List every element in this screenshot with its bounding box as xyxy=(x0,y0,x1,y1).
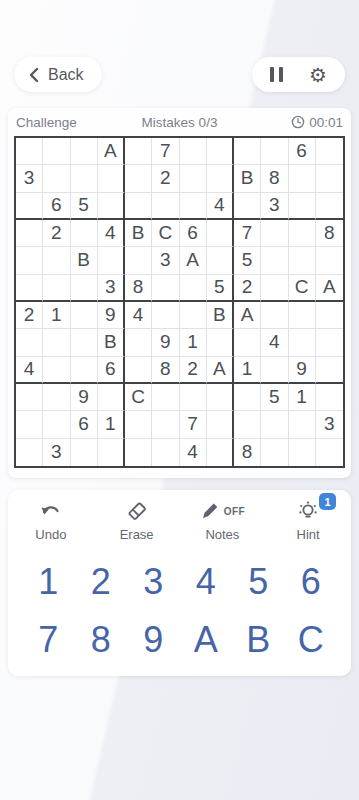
cell-r8c9[interactable] xyxy=(234,329,261,356)
cell-r1c3[interactable] xyxy=(71,138,98,165)
cell-r2c1[interactable]: 3 xyxy=(16,165,43,192)
cell-r10c11[interactable]: 1 xyxy=(289,384,316,411)
cell-r9c8[interactable]: A xyxy=(207,357,234,384)
cell-r9c1[interactable]: 4 xyxy=(16,357,43,384)
cell-r12c4[interactable] xyxy=(98,439,125,466)
cell-r7c1[interactable]: 2 xyxy=(16,302,43,329)
notes-button[interactable]: OFF Notes xyxy=(180,499,266,542)
cell-r12c9[interactable]: 8 xyxy=(234,439,261,466)
cell-r7c7[interactable] xyxy=(180,302,207,329)
cell-r6c3[interactable] xyxy=(71,275,98,302)
cell-r6c7[interactable] xyxy=(180,275,207,302)
cell-r9c5[interactable] xyxy=(125,357,152,384)
cell-r1c5[interactable] xyxy=(125,138,152,165)
cell-r8c10[interactable]: 4 xyxy=(261,329,288,356)
cell-r12c10[interactable] xyxy=(261,439,288,466)
cell-r8c6[interactable]: 9 xyxy=(152,329,179,356)
cell-r2c12[interactable] xyxy=(316,165,343,192)
cell-r11c1[interactable] xyxy=(16,411,43,438)
cell-r4c8[interactable] xyxy=(207,220,234,247)
cell-r8c4[interactable]: B xyxy=(98,329,125,356)
numpad: 123456789ABC xyxy=(22,554,337,667)
cell-r11c8[interactable] xyxy=(207,411,234,438)
cell-r5c12[interactable] xyxy=(316,247,343,274)
cell-r7c2[interactable]: 1 xyxy=(43,302,70,329)
cell-r10c10[interactable]: 5 xyxy=(261,384,288,411)
cell-r10c1[interactable] xyxy=(16,384,43,411)
cell-r9c9[interactable]: 1 xyxy=(234,357,261,384)
cell-r12c2[interactable]: 3 xyxy=(43,439,70,466)
cell-r8c11[interactable] xyxy=(289,329,316,356)
cell-r12c7[interactable]: 4 xyxy=(180,439,207,466)
timer-value: 00:01 xyxy=(309,115,343,130)
cell-r5c7[interactable]: A xyxy=(180,247,207,274)
back-label: Back xyxy=(48,66,84,84)
cell-r5c2[interactable] xyxy=(43,247,70,274)
numpad-key-C[interactable]: C xyxy=(285,612,338,667)
cell-r11c5[interactable] xyxy=(125,411,152,438)
cell-r10c6[interactable] xyxy=(152,384,179,411)
cell-r5c1[interactable] xyxy=(16,247,43,274)
cell-r1c8[interactable] xyxy=(207,138,234,165)
numpad-key-6[interactable]: 6 xyxy=(285,554,338,609)
cell-r7c8[interactable]: B xyxy=(207,302,234,329)
cell-r7c3[interactable] xyxy=(71,302,98,329)
numpad-key-3[interactable]: 3 xyxy=(127,554,180,609)
clock-icon xyxy=(291,115,305,129)
cell-r4c1[interactable] xyxy=(16,220,43,247)
cell-r4c9[interactable]: 7 xyxy=(234,220,261,247)
mistakes-counter: Mistakes 0/3 xyxy=(115,115,244,130)
cell-r2c2[interactable] xyxy=(43,165,70,192)
notes-label: Notes xyxy=(205,527,239,542)
cell-r12c3[interactable] xyxy=(71,439,98,466)
cell-r2c5[interactable] xyxy=(125,165,152,192)
cell-r10c7[interactable] xyxy=(180,384,207,411)
cell-r4c11[interactable] xyxy=(289,220,316,247)
numpad-key-1[interactable]: 1 xyxy=(22,554,75,609)
settings-gear-icon[interactable]: ⚙︎ xyxy=(309,65,327,85)
cell-r2c11[interactable] xyxy=(289,165,316,192)
cell-r2c3[interactable] xyxy=(71,165,98,192)
cell-r4c12[interactable]: 8 xyxy=(316,220,343,247)
cell-r12c12[interactable] xyxy=(316,439,343,466)
notes-state-badge: OFF xyxy=(224,506,246,517)
pause-button[interactable] xyxy=(270,67,283,82)
cell-r2c6[interactable]: 2 xyxy=(152,165,179,192)
cell-r11c4[interactable]: 1 xyxy=(98,411,125,438)
numpad-key-8[interactable]: 8 xyxy=(75,612,128,667)
cell-r9c12[interactable] xyxy=(316,357,343,384)
cell-r10c5[interactable]: C xyxy=(125,384,152,411)
cell-r7c5[interactable]: 4 xyxy=(125,302,152,329)
cell-r9c2[interactable] xyxy=(43,357,70,384)
undo-icon xyxy=(39,502,63,520)
cell-r9c10[interactable] xyxy=(261,357,288,384)
cell-r9c4[interactable]: 6 xyxy=(98,357,125,384)
cell-r3c9[interactable] xyxy=(234,193,261,220)
top-right-controls: ⚙︎ xyxy=(252,57,345,92)
cell-r1c6[interactable]: 7 xyxy=(152,138,179,165)
cell-r12c6[interactable] xyxy=(152,439,179,466)
cell-r11c2[interactable] xyxy=(43,411,70,438)
cell-r11c9[interactable] xyxy=(234,411,261,438)
cell-r8c12[interactable] xyxy=(316,329,343,356)
cell-r8c7[interactable]: 1 xyxy=(180,329,207,356)
cell-r8c3[interactable] xyxy=(71,329,98,356)
hint-button[interactable]: 1 Hint xyxy=(265,499,351,542)
cell-r2c9[interactable]: B xyxy=(234,165,261,192)
cell-r7c4[interactable]: 9 xyxy=(98,302,125,329)
cell-r5c4[interactable] xyxy=(98,247,125,274)
cell-r3c11[interactable] xyxy=(289,193,316,220)
cell-r10c8[interactable] xyxy=(207,384,234,411)
undo-label: Undo xyxy=(35,527,66,542)
cell-r6c8[interactable]: 5 xyxy=(207,275,234,302)
cell-r1c7[interactable] xyxy=(180,138,207,165)
eraser-icon xyxy=(125,501,149,521)
cell-r11c7[interactable]: 7 xyxy=(180,411,207,438)
cell-r1c10[interactable] xyxy=(261,138,288,165)
cell-r12c1[interactable] xyxy=(16,439,43,466)
cell-r8c8[interactable] xyxy=(207,329,234,356)
cell-r10c2[interactable] xyxy=(43,384,70,411)
cell-r7c10[interactable] xyxy=(261,302,288,329)
numpad-key-4[interactable]: 4 xyxy=(180,554,233,609)
cell-r10c3[interactable]: 9 xyxy=(71,384,98,411)
lightbulb-icon xyxy=(297,500,319,522)
cell-r1c9[interactable] xyxy=(234,138,261,165)
pencil-icon xyxy=(200,501,220,521)
numpad-key-7[interactable]: 7 xyxy=(22,612,75,667)
back-chevron-icon xyxy=(28,67,39,83)
cell-r5c6[interactable]: 3 xyxy=(152,247,179,274)
cell-r4c7[interactable]: 6 xyxy=(180,220,207,247)
cell-r5c10[interactable] xyxy=(261,247,288,274)
cell-r4c4[interactable]: 4 xyxy=(98,220,125,247)
cell-r8c1[interactable] xyxy=(16,329,43,356)
cell-r3c8[interactable]: 4 xyxy=(207,193,234,220)
cell-r10c9[interactable] xyxy=(234,384,261,411)
cell-r2c8[interactable] xyxy=(207,165,234,192)
timer: 00:01 xyxy=(244,115,343,130)
cell-r6c10[interactable] xyxy=(261,275,288,302)
cell-r3c4[interactable] xyxy=(98,193,125,220)
back-button[interactable]: Back xyxy=(14,57,102,92)
cell-r7c9[interactable]: A xyxy=(234,302,261,329)
cell-r3c7[interactable] xyxy=(180,193,207,220)
cell-r5c3[interactable]: B xyxy=(71,247,98,274)
cell-r6c11[interactable]: C xyxy=(289,275,316,302)
undo-button[interactable]: Undo xyxy=(8,499,94,542)
cell-r7c11[interactable] xyxy=(289,302,316,329)
cell-r7c6[interactable] xyxy=(152,302,179,329)
cell-r12c5[interactable] xyxy=(125,439,152,466)
cell-r11c3[interactable]: 6 xyxy=(71,411,98,438)
cell-r10c4[interactable] xyxy=(98,384,125,411)
cell-r2c7[interactable] xyxy=(180,165,207,192)
cell-r5c9[interactable]: 5 xyxy=(234,247,261,274)
cell-r1c4[interactable]: A xyxy=(98,138,125,165)
cell-r6c5[interactable]: 8 xyxy=(125,275,152,302)
cell-r9c11[interactable]: 9 xyxy=(289,357,316,384)
cell-r4c10[interactable] xyxy=(261,220,288,247)
cell-r9c7[interactable]: 2 xyxy=(180,357,207,384)
cell-r8c5[interactable] xyxy=(125,329,152,356)
sudoku-board: A7632B8654324BC678B3A53852CA2194BAB91446… xyxy=(14,136,345,468)
cell-r12c11[interactable] xyxy=(289,439,316,466)
status-row: Challenge Mistakes 0/3 00:01 xyxy=(8,108,351,136)
cell-r6c4[interactable]: 3 xyxy=(98,275,125,302)
numpad-key-A[interactable]: A xyxy=(180,612,233,667)
cell-r3c2[interactable]: 6 xyxy=(43,193,70,220)
cell-r4c2[interactable]: 2 xyxy=(43,220,70,247)
cell-r1c12[interactable] xyxy=(316,138,343,165)
erase-label: Erase xyxy=(120,527,154,542)
cell-r3c10[interactable]: 3 xyxy=(261,193,288,220)
erase-button[interactable]: Erase xyxy=(94,499,180,542)
cell-r3c3[interactable]: 5 xyxy=(71,193,98,220)
cell-r5c5[interactable] xyxy=(125,247,152,274)
controls-card: Undo Erase OFF Notes xyxy=(8,490,351,676)
cell-r8c2[interactable] xyxy=(43,329,70,356)
hint-count-badge: 1 xyxy=(319,493,336,510)
hint-label: Hint xyxy=(297,527,320,542)
cell-r7c12[interactable] xyxy=(316,302,343,329)
cell-r3c12[interactable] xyxy=(316,193,343,220)
numpad-key-2[interactable]: 2 xyxy=(75,554,128,609)
cell-r1c2[interactable] xyxy=(43,138,70,165)
cell-r11c12[interactable]: 3 xyxy=(316,411,343,438)
board-card: Challenge Mistakes 0/3 00:01 A7632B86543… xyxy=(8,108,351,478)
numpad-key-9[interactable]: 9 xyxy=(127,612,180,667)
cell-r4c3[interactable] xyxy=(71,220,98,247)
cell-r1c11[interactable]: 6 xyxy=(289,138,316,165)
cell-r2c4[interactable] xyxy=(98,165,125,192)
cell-r12c8[interactable] xyxy=(207,439,234,466)
cell-r11c11[interactable] xyxy=(289,411,316,438)
cell-r9c3[interactable] xyxy=(71,357,98,384)
numpad-key-B[interactable]: B xyxy=(232,612,285,667)
cell-r6c6[interactable] xyxy=(152,275,179,302)
toolbar: Undo Erase OFF Notes xyxy=(8,499,351,542)
cell-r4c6[interactable]: C xyxy=(152,220,179,247)
cell-r6c12[interactable]: A xyxy=(316,275,343,302)
cell-r4c5[interactable]: B xyxy=(125,220,152,247)
cell-r6c1[interactable] xyxy=(16,275,43,302)
cell-r1c1[interactable] xyxy=(16,138,43,165)
cell-r10c12[interactable] xyxy=(316,384,343,411)
cell-r6c9[interactable]: 2 xyxy=(234,275,261,302)
cell-r9c6[interactable]: 8 xyxy=(152,357,179,384)
difficulty-label: Challenge xyxy=(16,115,115,130)
cell-r3c5[interactable] xyxy=(125,193,152,220)
cell-r6c2[interactable] xyxy=(43,275,70,302)
cell-r2c10[interactable]: 8 xyxy=(261,165,288,192)
cell-r11c6[interactable] xyxy=(152,411,179,438)
cell-r3c1[interactable] xyxy=(16,193,43,220)
cell-r5c11[interactable] xyxy=(289,247,316,274)
numpad-key-5[interactable]: 5 xyxy=(232,554,285,609)
cell-r5c8[interactable] xyxy=(207,247,234,274)
cell-r3c6[interactable] xyxy=(152,193,179,220)
cell-r11c10[interactable] xyxy=(261,411,288,438)
